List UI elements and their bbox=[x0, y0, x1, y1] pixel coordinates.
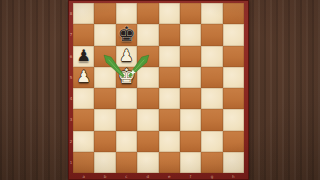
square-e6[interactable] bbox=[159, 46, 180, 67]
square-b5[interactable] bbox=[94, 67, 115, 88]
square-d8[interactable] bbox=[137, 3, 158, 24]
file-label-f: f bbox=[188, 174, 193, 179]
file-label-d: d bbox=[145, 174, 150, 179]
piece-white-king-c5[interactable]: ♚ bbox=[116, 66, 137, 87]
piece-black-pawn-a6[interactable]: ♟ bbox=[73, 45, 94, 66]
square-f1[interactable] bbox=[180, 152, 201, 173]
square-a2[interactable] bbox=[73, 131, 94, 152]
square-d6[interactable] bbox=[137, 46, 158, 67]
square-f2[interactable] bbox=[180, 131, 201, 152]
square-h5[interactable] bbox=[223, 67, 244, 88]
square-c5[interactable]: ♚ bbox=[116, 67, 137, 88]
square-b4[interactable] bbox=[94, 88, 115, 109]
square-g4[interactable] bbox=[201, 88, 222, 109]
square-d4[interactable] bbox=[137, 88, 158, 109]
square-a7[interactable] bbox=[73, 24, 94, 45]
chess-board[interactable]: ♚♟♟♟♚ bbox=[73, 3, 244, 173]
square-d7[interactable] bbox=[137, 24, 158, 45]
square-c3[interactable] bbox=[116, 109, 137, 130]
square-g6[interactable] bbox=[201, 46, 222, 67]
square-a1[interactable] bbox=[73, 152, 94, 173]
square-e4[interactable] bbox=[159, 88, 180, 109]
square-e8[interactable] bbox=[159, 3, 180, 24]
wood-table-background: ♚♟♟♟♚ 87654321abcdefgh bbox=[0, 0, 320, 180]
square-b2[interactable] bbox=[94, 131, 115, 152]
square-e1[interactable] bbox=[159, 152, 180, 173]
square-e3[interactable] bbox=[159, 109, 180, 130]
square-f4[interactable] bbox=[180, 88, 201, 109]
square-b8[interactable] bbox=[94, 3, 115, 24]
square-g7[interactable] bbox=[201, 24, 222, 45]
square-d5[interactable] bbox=[137, 67, 158, 88]
square-f8[interactable] bbox=[180, 3, 201, 24]
square-g8[interactable] bbox=[201, 3, 222, 24]
square-d1[interactable] bbox=[137, 152, 158, 173]
square-b6[interactable] bbox=[94, 46, 115, 67]
square-h3[interactable] bbox=[223, 109, 244, 130]
chess-board-frame: ♚♟♟♟♚ 87654321abcdefgh bbox=[68, 0, 249, 180]
file-label-e: e bbox=[167, 174, 172, 179]
piece-white-pawn-a5[interactable]: ♟ bbox=[73, 66, 94, 87]
square-a8[interactable] bbox=[73, 3, 94, 24]
square-b3[interactable] bbox=[94, 109, 115, 130]
square-c1[interactable] bbox=[116, 152, 137, 173]
file-label-a: a bbox=[81, 174, 86, 179]
square-f3[interactable] bbox=[180, 109, 201, 130]
square-h2[interactable] bbox=[223, 131, 244, 152]
square-h6[interactable] bbox=[223, 46, 244, 67]
square-b7[interactable] bbox=[94, 24, 115, 45]
square-d2[interactable] bbox=[137, 131, 158, 152]
square-b1[interactable] bbox=[94, 152, 115, 173]
file-label-b: b bbox=[103, 174, 108, 179]
file-label-c: c bbox=[124, 174, 129, 179]
square-g2[interactable] bbox=[201, 131, 222, 152]
square-h4[interactable] bbox=[223, 88, 244, 109]
square-c4[interactable] bbox=[116, 88, 137, 109]
square-e5[interactable] bbox=[159, 67, 180, 88]
piece-white-pawn-c6[interactable]: ♟ bbox=[116, 45, 137, 66]
file-label-h: h bbox=[231, 174, 236, 179]
square-h8[interactable] bbox=[223, 3, 244, 24]
square-h1[interactable] bbox=[223, 152, 244, 173]
square-f7[interactable] bbox=[180, 24, 201, 45]
square-a4[interactable] bbox=[73, 88, 94, 109]
square-e7[interactable] bbox=[159, 24, 180, 45]
square-c7[interactable]: ♚ bbox=[116, 24, 137, 45]
square-g5[interactable] bbox=[201, 67, 222, 88]
square-c2[interactable] bbox=[116, 131, 137, 152]
square-a3[interactable] bbox=[73, 109, 94, 130]
file-label-g: g bbox=[209, 174, 214, 179]
square-g3[interactable] bbox=[201, 109, 222, 130]
square-g1[interactable] bbox=[201, 152, 222, 173]
square-f5[interactable] bbox=[180, 67, 201, 88]
square-h7[interactable] bbox=[223, 24, 244, 45]
square-f6[interactable] bbox=[180, 46, 201, 67]
square-d3[interactable] bbox=[137, 109, 158, 130]
piece-black-king-c7[interactable]: ♚ bbox=[116, 23, 137, 44]
square-a5[interactable]: ♟ bbox=[73, 67, 94, 88]
square-a6[interactable]: ♟ bbox=[73, 46, 94, 67]
square-e2[interactable] bbox=[159, 131, 180, 152]
